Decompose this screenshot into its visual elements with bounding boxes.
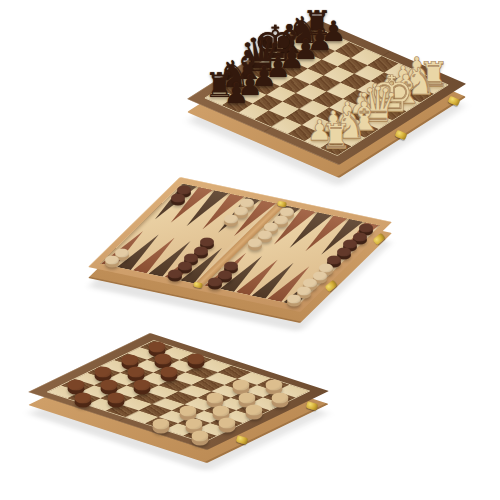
checkers-square [153, 366, 186, 379]
checker-light [239, 392, 256, 403]
checkers-playing-area [47, 340, 311, 442]
checkers-square [198, 391, 231, 404]
backgammon-checker-dark [171, 193, 185, 202]
chess-piece-light-q: ♛ [356, 80, 399, 128]
chess-piece-dark-b: ♝ [271, 18, 307, 58]
chess-piece-dark-k: ♚ [253, 19, 298, 69]
chess-square [219, 80, 249, 96]
chess-square [327, 83, 357, 99]
checkers-square [158, 411, 191, 424]
chess-square [294, 68, 324, 84]
checker-dark [107, 393, 124, 404]
checkers-square [94, 379, 127, 392]
chess-square [261, 54, 291, 70]
checker-dark [154, 354, 171, 365]
backgammon-point-bottom [266, 265, 317, 303]
backgammon-checker-dark [343, 239, 357, 248]
backgammon-hinge-strip [195, 204, 285, 286]
chess-piece-dark-p: ♟ [307, 27, 332, 55]
backgammon-checker-light [248, 238, 262, 247]
chess-piece-dark-n: ♞ [217, 57, 250, 94]
checkers-square [152, 398, 185, 411]
chess-square [357, 81, 387, 97]
checkers-square [100, 392, 133, 405]
checkers-square [205, 372, 238, 385]
backgammon-checker-light [264, 223, 278, 232]
chess-square [285, 109, 315, 125]
checkers-square [120, 366, 153, 379]
chess-square [313, 91, 343, 107]
chess-piece-light-n: ♞ [333, 107, 366, 144]
chess-piece-light-p: ♟ [404, 54, 429, 82]
backgammon-point-top [147, 183, 198, 221]
checker-dark [95, 367, 112, 378]
chess-square [304, 132, 334, 148]
backgammon-checker-dark [200, 238, 214, 247]
backgammon-point-bottom [148, 239, 199, 277]
brass-latch [448, 96, 461, 107]
chess-square [335, 130, 365, 146]
backgammon-point-top [194, 193, 245, 231]
checkers-square [197, 423, 230, 436]
checkers-square [171, 404, 204, 417]
checkers-square [74, 373, 107, 386]
backgammon-point-bottom [219, 254, 270, 292]
chess-shadow [187, 40, 466, 187]
chess-piece-light-n: ♞ [403, 63, 436, 100]
chess-square [346, 106, 376, 122]
checkers-frame [28, 333, 329, 450]
checker-light [266, 379, 283, 390]
chess-piece-light-p: ♟ [321, 108, 346, 136]
chess-square [255, 111, 285, 127]
backgammon-checker-light [234, 207, 248, 216]
checkers-square [106, 404, 139, 417]
backgammon-checker-light [258, 231, 272, 240]
backgammon-checker-light [224, 214, 238, 223]
chess-square [299, 100, 329, 116]
checkers-square [172, 372, 205, 385]
brass-hinge [193, 282, 203, 289]
checkers-square [101, 360, 134, 373]
chess-piece-dark-p: ♟ [279, 45, 304, 73]
chess-square [359, 97, 389, 113]
checkers-fold-seam [119, 363, 240, 421]
chess-square [283, 93, 313, 109]
chess-square [343, 90, 373, 106]
checkers-square [276, 385, 309, 398]
backgammon-checker-light [274, 215, 288, 224]
chess-piece-light-b: ♝ [388, 69, 424, 109]
checker-light [192, 431, 209, 442]
checkers-square [217, 398, 250, 411]
backgammon-checker-light [297, 287, 311, 296]
checkers-square [146, 385, 179, 398]
backgammon-checker-light [280, 207, 294, 216]
backgammon-point-top [210, 197, 261, 235]
chess-square [390, 95, 420, 111]
chess-square [368, 56, 398, 72]
checker-light [212, 405, 229, 416]
checker-light [206, 392, 223, 403]
checkers-square [230, 391, 263, 404]
chess-board: ♜♞♝♛♚♝♞♜♟♟♟♟♟♟♟♟♟♟♟♟♟♟♟♟♜♞♝♛♚♝♞♜ [0, 0, 500, 500]
checkers-square [166, 360, 199, 373]
chess-square [302, 28, 332, 44]
chess-piece-light-p: ♟ [307, 116, 332, 144]
checkers-square [179, 353, 212, 366]
backgammon-checker-dark [327, 255, 341, 264]
checker-dark [161, 367, 178, 378]
chess-piece-light-p: ♟ [376, 72, 401, 100]
checkers-square [61, 379, 94, 392]
chess-piece-light-p: ♟ [363, 81, 388, 109]
chess-square [401, 71, 431, 87]
backgammon-point-top [329, 222, 380, 260]
checkers-square [88, 366, 121, 379]
checker-dark [134, 380, 151, 391]
chess-square [236, 88, 266, 104]
chess-square [222, 96, 252, 112]
chess-square [277, 61, 307, 77]
checkers-square [224, 379, 257, 392]
checkers-square [134, 360, 167, 373]
backgammon-checker-dark [337, 248, 351, 257]
chess-square [266, 86, 296, 102]
backgammon-checker-dark [218, 270, 232, 279]
brass-latch [236, 435, 249, 445]
chess-piece-dark-q: ♛ [240, 29, 283, 77]
chess-square [348, 122, 378, 138]
checkers-square [184, 429, 217, 442]
chess-square [371, 72, 401, 88]
checkers-square [126, 411, 159, 424]
checkers-square [165, 391, 198, 404]
checkers-square [133, 392, 166, 405]
chess-square [417, 78, 447, 94]
chess-square [269, 102, 299, 118]
chess-square [318, 35, 348, 51]
backgammon-checker-dark [353, 232, 367, 241]
checkers-square [126, 379, 159, 392]
checkers-square [159, 379, 192, 392]
chess-square [403, 87, 433, 103]
checkers-square [192, 379, 225, 392]
chess-square [384, 63, 414, 79]
checkers-square [160, 347, 193, 360]
brass-latch [306, 402, 319, 412]
checkers-square [223, 410, 256, 423]
checkers-square [127, 347, 160, 360]
checker-light [179, 405, 196, 416]
checker-dark [121, 354, 138, 365]
chess-square [307, 60, 337, 76]
chess-square [274, 45, 304, 61]
backgammon-checker-light [313, 271, 327, 280]
checker-dark [68, 380, 85, 391]
backgammon-point-bottom [235, 258, 286, 296]
chess-square [332, 115, 362, 131]
checkers-square [211, 385, 244, 398]
product-photo-stage: ♜♞♝♛♚♝♞♜♟♟♟♟♟♟♟♟♟♟♟♟♟♟♟♟♜♞♝♛♚♝♞♜ [0, 0, 500, 500]
chess-square [239, 103, 269, 119]
chess-square [271, 118, 301, 134]
chess-piece-light-p: ♟ [335, 99, 360, 127]
backgammon-point-bottom [282, 268, 333, 306]
checker-dark [148, 341, 165, 352]
backgammon-checker-dark [178, 262, 192, 271]
chess-piece-dark-r: ♜ [204, 68, 234, 102]
checkers-square [119, 398, 152, 411]
backgammon-point-top [297, 215, 348, 253]
checkers-square [263, 391, 296, 404]
chess-square [373, 88, 403, 104]
chess-piece-light-k: ♚ [369, 69, 414, 119]
backgammon-checker-dark [359, 224, 373, 233]
checker-dark [187, 354, 204, 365]
chess-square [252, 95, 282, 111]
backgammon-point-bottom [100, 229, 151, 267]
chess-square [247, 63, 277, 79]
checkers-square [164, 423, 197, 436]
backgammon-checker-light [240, 199, 254, 208]
backgammon-point-bottom [251, 261, 302, 299]
checkers-square [178, 417, 211, 430]
checkers-square [244, 385, 277, 398]
chess-square [335, 42, 365, 58]
chess-square [263, 70, 293, 86]
checkers-square [191, 410, 224, 423]
backgammon-point-bottom [203, 251, 254, 289]
chess-piece-dark-p: ♟ [293, 36, 318, 64]
checkers-case-side [28, 346, 329, 463]
checkers-square [48, 386, 81, 399]
chess-square [280, 77, 310, 93]
chess-piece-dark-r: ♜ [302, 6, 332, 40]
backgammon-point-top [250, 205, 301, 243]
checkers-square [199, 360, 232, 373]
checkers-square [145, 417, 178, 430]
backgammon-point-bottom [132, 236, 183, 274]
checker-light [233, 379, 250, 390]
backgammon-field-right [203, 205, 380, 305]
backgammon-point-bottom [163, 243, 214, 281]
chess-piece-dark-p: ♟ [321, 18, 346, 46]
backgammon-case-side [88, 188, 392, 323]
chess-piece-dark-p: ♟ [238, 71, 263, 99]
checker-light [245, 405, 262, 416]
chess-square [250, 79, 280, 95]
backgammon-point-top [179, 190, 230, 228]
checkers-square [67, 392, 100, 405]
chess-case-side [187, 31, 466, 178]
chess-square [291, 52, 321, 68]
backgammon-point-top [163, 187, 214, 225]
chess-square [376, 104, 406, 120]
chess-square [288, 37, 318, 53]
brass-latch [325, 280, 338, 292]
checkers-square [186, 366, 219, 379]
backgammon-point-top [282, 212, 333, 250]
brass-hinge [277, 200, 287, 207]
backgammon-point-bottom [116, 233, 167, 271]
checkers-square [257, 378, 290, 391]
checkers-square [81, 385, 114, 398]
brass-hardware-layer [0, 0, 500, 500]
checkers-square [147, 353, 180, 366]
chess-piece-light-p: ♟ [390, 63, 415, 91]
checkers-square [204, 404, 237, 417]
checkers-square [140, 373, 173, 386]
chess-piece-dark-p: ♟ [251, 63, 276, 91]
checkers-square [139, 404, 172, 417]
checker-light [153, 418, 170, 429]
brass-latch [395, 130, 408, 141]
chess-square [318, 123, 348, 139]
backgammon-checker-dark [224, 262, 238, 271]
backgammon-board [0, 0, 500, 500]
checkers-shadow [28, 355, 329, 472]
backgammon-point-bottom [179, 246, 230, 284]
checker-light [186, 418, 203, 429]
backgammon-checker-dark [177, 185, 191, 194]
checkers-square [107, 373, 140, 386]
backgammon-checker-dark [194, 246, 208, 255]
chess-piece-light-p: ♟ [349, 90, 374, 118]
checker-light [219, 418, 236, 429]
checkers-square [250, 398, 283, 411]
checkers-square [114, 354, 147, 367]
chess-piece-dark-b: ♝ [229, 45, 265, 85]
chess-square [324, 67, 354, 83]
checkers-board [0, 0, 500, 500]
chess-square [321, 139, 351, 155]
checkers-square [218, 366, 251, 379]
brass-latch [373, 233, 386, 245]
chess-square [338, 58, 368, 74]
chess-square [296, 84, 326, 100]
checker-dark [101, 380, 118, 391]
chess-square [329, 99, 359, 115]
checkers-square [238, 372, 271, 385]
backgammon-checker-dark [168, 269, 182, 278]
checkers-square [87, 398, 120, 411]
chess-square [362, 113, 392, 129]
backgammon-checker-light [319, 263, 333, 272]
chess-piece-light-r: ♜ [418, 56, 448, 90]
backgammon-checker-light [287, 294, 301, 303]
checkers-square [141, 341, 174, 354]
chess-piece-light-b: ♝ [346, 96, 382, 136]
backgammon-checker-light [303, 279, 317, 288]
chess-fold-seam [264, 52, 389, 132]
chess-square [315, 107, 345, 123]
backgammon-checker-dark [184, 254, 198, 263]
backgammon-checker-dark [208, 278, 222, 287]
chess-square [321, 51, 351, 67]
backgammon-point-top [313, 219, 364, 257]
backgammon-point-top [266, 209, 317, 247]
backgammon-field-left [100, 183, 277, 283]
chess-square [206, 89, 236, 105]
chess-square [288, 125, 318, 141]
backgammon-shadow [88, 197, 392, 332]
checkers-square [237, 404, 270, 417]
chess-square [310, 76, 340, 92]
chess-piece-light-r: ♜ [321, 119, 351, 153]
chess-playing-area [204, 27, 449, 156]
checker-dark [128, 367, 145, 378]
checkers-square [178, 385, 211, 398]
chess-square [351, 49, 381, 65]
checker-light [272, 392, 289, 403]
chess-square [302, 116, 332, 132]
backgammon-checker-light [105, 256, 119, 265]
checkers-square [185, 398, 218, 411]
backgammon-point-top [226, 200, 277, 238]
chess-piece-dark-n: ♞ [286, 12, 319, 49]
chess-square [340, 74, 370, 90]
backgammon-rim [88, 177, 392, 312]
backgammon-checker-light [115, 248, 129, 257]
chess-piece-dark-p: ♟ [265, 54, 290, 82]
chess-frame [187, 18, 466, 165]
checker-dark [74, 393, 91, 404]
chess-square [305, 44, 335, 60]
checkers-square [113, 385, 146, 398]
chess-square [354, 65, 384, 81]
chess-square [233, 72, 263, 88]
chess-square [387, 79, 417, 95]
chess-piece-dark-p: ♟ [224, 80, 249, 108]
checkers-square [210, 417, 243, 430]
